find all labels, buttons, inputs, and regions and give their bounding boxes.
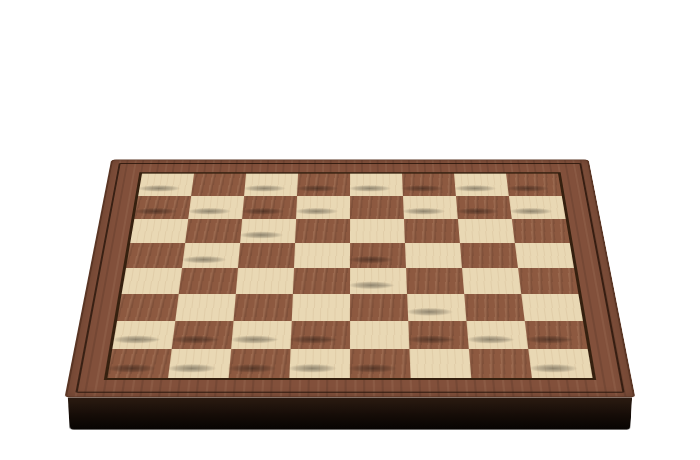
square-e8[interactable]	[350, 174, 403, 196]
square-a5[interactable]	[126, 243, 185, 268]
square-f8[interactable]	[402, 174, 456, 196]
chess-board: ♜♝♛♚♝♞♜♟♟♟♟♟♟♟♞♟♝♟♞♟♟♟♟♟♟♟♜♞♝♛♚♜	[65, 160, 636, 398]
square-g8[interactable]	[454, 174, 509, 196]
square-b8[interactable]	[191, 174, 246, 196]
square-h6[interactable]	[512, 219, 570, 243]
square-h7[interactable]	[509, 196, 566, 219]
piece-white-pawn-g2[interactable]: ♟	[475, 292, 520, 343]
square-g5[interactable]	[460, 243, 518, 268]
square-f6[interactable]	[404, 219, 460, 243]
square-c6[interactable]	[240, 219, 296, 243]
square-g7[interactable]	[456, 196, 512, 219]
square-c5[interactable]	[238, 243, 295, 268]
piece-white-king-e1[interactable]: ♚	[336, 273, 425, 372]
square-a7[interactable]	[134, 196, 191, 219]
square-d8[interactable]	[297, 174, 350, 196]
board-front-edge	[68, 398, 632, 430]
square-d7[interactable]	[296, 196, 350, 219]
square-c7[interactable]	[242, 196, 297, 219]
square-a6[interactable]	[130, 219, 188, 243]
square-h5[interactable]	[515, 243, 574, 268]
square-f7[interactable]	[403, 196, 458, 219]
piece-white-knight-b1[interactable]: ♞	[168, 301, 232, 372]
square-c8[interactable]	[244, 174, 298, 196]
square-b5[interactable]	[182, 243, 240, 268]
square-b7[interactable]	[188, 196, 244, 219]
square-g6[interactable]	[458, 219, 515, 243]
square-d6[interactable]	[295, 219, 350, 243]
photo-background: ♜♝♛♚♝♞♜♟♟♟♟♟♟♟♞♟♝♟♞♟♟♟♟♟♟♟♜♞♝♛♚♜	[0, 0, 700, 460]
square-a8[interactable]	[138, 174, 194, 196]
square-e7[interactable]	[350, 196, 404, 219]
piece-white-rook-a1[interactable]: ♜	[111, 309, 167, 371]
square-h8[interactable]	[506, 174, 562, 196]
piece-white-rook-h1[interactable]: ♜	[533, 309, 589, 371]
square-b6[interactable]	[185, 219, 242, 243]
